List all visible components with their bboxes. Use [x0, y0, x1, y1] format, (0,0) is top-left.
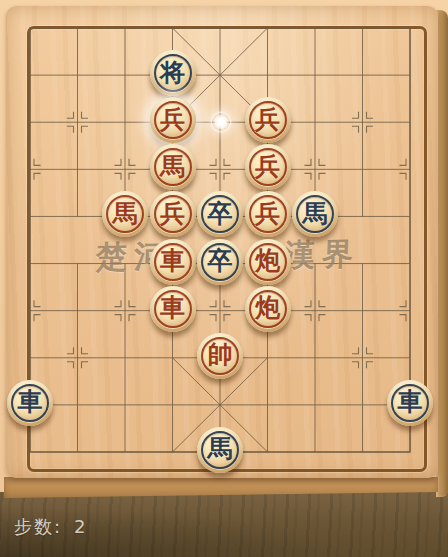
piece-glyph: 馬 [113, 201, 138, 226]
pieces-layer: 将兵兵馬兵馬兵卒兵馬車卒炮車炮帥車車馬 [0, 0, 448, 557]
piece-black-soldier[interactable]: 卒 [197, 191, 243, 237]
piece-black-horse[interactable]: 馬 [292, 191, 338, 237]
piece-glyph: 馬 [303, 201, 328, 226]
piece-red-soldier[interactable]: 兵 [150, 191, 196, 237]
piece-black-soldier[interactable]: 卒 [197, 239, 243, 285]
move-counter-label: 步数: [14, 516, 62, 537]
piece-red-horse[interactable]: 馬 [150, 144, 196, 190]
piece-black-chariot[interactable]: 車 [7, 380, 53, 426]
piece-glyph: 卒 [208, 248, 233, 273]
piece-red-soldier[interactable]: 兵 [245, 191, 291, 237]
piece-black-chariot[interactable]: 車 [387, 380, 433, 426]
piece-black-horse[interactable]: 馬 [197, 427, 243, 473]
piece-glyph: 兵 [160, 107, 185, 132]
piece-glyph: 馬 [208, 436, 233, 461]
piece-glyph: 炮 [255, 295, 280, 320]
piece-glyph: 卒 [208, 201, 233, 226]
piece-red-soldier[interactable]: 兵 [245, 97, 291, 143]
piece-glyph: 車 [160, 248, 185, 273]
piece-glyph: 兵 [255, 107, 280, 132]
page: 楚河 漢界 将兵兵馬兵馬兵卒兵馬車卒炮車炮帥車車馬 步数:2 [0, 0, 448, 557]
piece-red-cannon[interactable]: 炮 [245, 286, 291, 332]
piece-red-horse[interactable]: 馬 [102, 191, 148, 237]
piece-glyph: 馬 [160, 154, 185, 179]
piece-glyph: 車 [160, 295, 185, 320]
piece-glyph: 将 [160, 60, 185, 85]
piece-glyph: 帥 [208, 342, 233, 367]
piece-red-soldier[interactable]: 兵 [150, 97, 196, 143]
piece-glyph: 炮 [255, 248, 280, 273]
piece-red-chariot[interactable]: 車 [150, 239, 196, 285]
piece-glyph: 兵 [160, 201, 185, 226]
piece-red-general[interactable]: 帥 [197, 333, 243, 379]
piece-red-cannon[interactable]: 炮 [245, 239, 291, 285]
move-counter-value: 2 [74, 516, 85, 537]
piece-glyph: 車 [398, 389, 423, 414]
piece-black-general[interactable]: 将 [150, 50, 196, 96]
piece-glyph: 車 [18, 389, 43, 414]
move-counter: 步数:2 [14, 515, 86, 539]
piece-glyph: 兵 [255, 154, 280, 179]
piece-glyph: 兵 [255, 201, 280, 226]
piece-red-chariot[interactable]: 車 [150, 286, 196, 332]
piece-red-soldier[interactable]: 兵 [245, 144, 291, 190]
